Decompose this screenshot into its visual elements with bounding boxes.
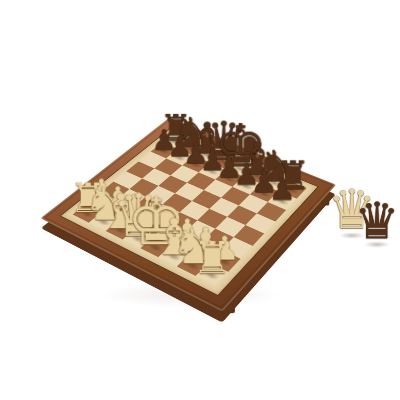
chess-set-photo: ♜♞♝♛♚♝♞♜♟♟♟♟♟♟♟♟♟♟♟♟♟♟♟♟♜♞♝♛♚♝♞♜ ♛ ♛: [0, 0, 400, 400]
white-rook-glyph: ♜: [192, 235, 232, 279]
board-maple-margin: ♜♞♝♛♚♝♞♜♟♟♟♟♟♟♟♟♟♟♟♟♟♟♟♟♜♞♝♛♚♝♞♜: [60, 127, 319, 296]
black-pawn-glyph: ♟: [269, 174, 296, 204]
square-h1[interactable]: ♜: [196, 263, 228, 286]
spare-black-queen-glyph: ♛: [355, 196, 400, 246]
square-g6[interactable]: [239, 194, 268, 213]
